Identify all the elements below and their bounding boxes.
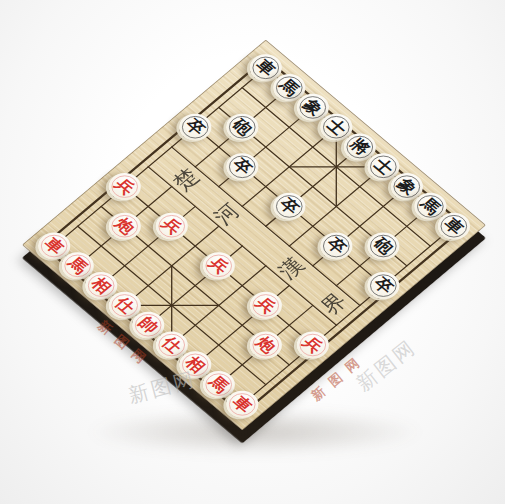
piece-character: 卒 xyxy=(183,116,209,137)
piece-character: 馬 xyxy=(207,373,233,394)
board-wood-surface: 楚河漢界 車馬象士將士象馬車砲砲卒卒卒卒卒兵兵兵兵兵炮炮車馬相仕帥仕相馬車 xyxy=(22,40,486,431)
piece-character: 士 xyxy=(371,156,397,177)
piece-character: 帥 xyxy=(136,314,162,335)
piece-character: 砲 xyxy=(371,235,397,256)
piece-character: 將 xyxy=(348,136,374,157)
background-watermark: 新图网 xyxy=(351,334,422,398)
piece-character: 兵 xyxy=(301,334,327,355)
piece-character: 車 xyxy=(254,57,280,78)
piece-character: 仕 xyxy=(160,334,186,355)
xiangqi-board: 楚河漢界 車馬象士將士象馬車砲砲卒卒卒卒卒兵兵兵兵兵炮炮車馬相仕帥仕相馬車 xyxy=(22,40,486,431)
piece-character: 兵 xyxy=(160,215,186,236)
piece-character: 馬 xyxy=(66,255,92,276)
piece-character: 馬 xyxy=(418,195,444,216)
piece-character: 士 xyxy=(324,116,350,137)
piece-character: 象 xyxy=(301,96,327,117)
piece-character: 卒 xyxy=(371,274,397,295)
piece-character: 車 xyxy=(230,393,256,414)
piece-character: 砲 xyxy=(230,116,256,137)
board-grid xyxy=(22,41,486,432)
piece-character: 車 xyxy=(442,215,468,236)
piece-character: 相 xyxy=(183,354,209,375)
piece-character: 卒 xyxy=(277,195,303,216)
piece-character: 相 xyxy=(89,274,115,295)
piece-character: 卒 xyxy=(230,156,256,177)
piece-character: 炮 xyxy=(113,215,139,236)
piece-character: 兵 xyxy=(207,255,233,276)
piece-character: 兵 xyxy=(113,175,139,196)
piece-character: 車 xyxy=(42,235,68,256)
piece-character: 兵 xyxy=(254,294,280,315)
piece-character: 炮 xyxy=(254,334,280,355)
piece-character: 象 xyxy=(395,175,421,196)
photo-stage: 楚河漢界 車馬象士將士象馬車砲砲卒卒卒卒卒兵兵兵兵兵炮炮車馬相仕帥仕相馬車 新图… xyxy=(0,0,505,504)
piece-character: 仕 xyxy=(113,294,139,315)
piece-character: 馬 xyxy=(277,76,303,97)
piece-character: 卒 xyxy=(324,235,350,256)
